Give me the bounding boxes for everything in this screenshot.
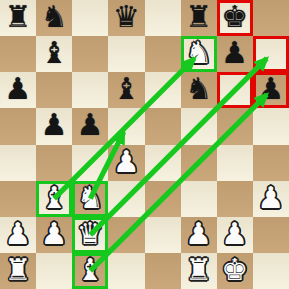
- square-g7[interactable]: ♟: [217, 36, 253, 72]
- square-b2[interactable]: ♟: [36, 217, 72, 253]
- square-h2[interactable]: [253, 217, 289, 253]
- piece-white-knight[interactable]: ♞: [77, 183, 104, 213]
- piece-white-pawn[interactable]: ♟: [41, 219, 68, 249]
- square-d5[interactable]: [108, 108, 144, 144]
- square-c3[interactable]: ♞: [72, 181, 108, 217]
- square-f7[interactable]: ♞: [181, 36, 217, 72]
- square-h8[interactable]: [253, 0, 289, 36]
- square-f1[interactable]: ♜: [181, 253, 217, 289]
- piece-white-pawn[interactable]: ♟: [185, 219, 212, 249]
- square-b5[interactable]: ♟: [36, 108, 72, 144]
- piece-white-rook[interactable]: ♜: [185, 255, 212, 285]
- piece-black-king[interactable]: ♚: [221, 2, 248, 32]
- square-b1[interactable]: [36, 253, 72, 289]
- piece-black-bishop[interactable]: ♝: [113, 74, 140, 104]
- square-e2[interactable]: [145, 217, 181, 253]
- square-f6[interactable]: ♞: [181, 72, 217, 108]
- square-e6[interactable]: [145, 72, 181, 108]
- square-c2[interactable]: ♛: [72, 217, 108, 253]
- square-g1[interactable]: ♚: [217, 253, 253, 289]
- square-a2[interactable]: ♟: [0, 217, 36, 253]
- square-e1[interactable]: [145, 253, 181, 289]
- piece-black-pawn[interactable]: ♟: [77, 110, 104, 140]
- piece-black-rook[interactable]: ♜: [185, 2, 212, 32]
- piece-white-king[interactable]: ♚: [221, 255, 248, 285]
- square-c1[interactable]: ♝: [72, 253, 108, 289]
- square-c6[interactable]: [72, 72, 108, 108]
- square-b8[interactable]: ♞: [36, 0, 72, 36]
- square-a4[interactable]: [0, 145, 36, 181]
- piece-white-pawn[interactable]: ♟: [257, 183, 284, 213]
- square-h3[interactable]: ♟: [253, 181, 289, 217]
- piece-black-pawn[interactable]: ♟: [257, 74, 284, 104]
- square-d8[interactable]: ♛: [108, 0, 144, 36]
- piece-white-pawn[interactable]: ♟: [221, 219, 248, 249]
- square-c8[interactable]: [72, 0, 108, 36]
- square-d3[interactable]: [108, 181, 144, 217]
- square-d1[interactable]: [108, 253, 144, 289]
- square-a1[interactable]: ♜: [0, 253, 36, 289]
- piece-black-knight[interactable]: ♞: [185, 74, 212, 104]
- square-g2[interactable]: ♟: [217, 217, 253, 253]
- square-b6[interactable]: [36, 72, 72, 108]
- square-h6[interactable]: ♟: [253, 72, 289, 108]
- square-e5[interactable]: [145, 108, 181, 144]
- square-f4[interactable]: [181, 145, 217, 181]
- square-f3[interactable]: [181, 181, 217, 217]
- piece-black-pawn[interactable]: ♟: [5, 74, 32, 104]
- piece-white-knight[interactable]: ♞: [185, 38, 212, 68]
- square-g3[interactable]: [217, 181, 253, 217]
- board-wrap: ♜♞♛♜♚♝♞♟♟♝♞♟♟♟♟♝♞♟♟♟♛♟♟♜♝♜♚: [0, 0, 289, 289]
- square-b4[interactable]: [36, 145, 72, 181]
- piece-white-bishop[interactable]: ♝: [77, 255, 104, 285]
- square-a5[interactable]: [0, 108, 36, 144]
- square-a6[interactable]: ♟: [0, 72, 36, 108]
- piece-white-pawn[interactable]: ♟: [5, 219, 32, 249]
- square-d2[interactable]: [108, 217, 144, 253]
- square-a7[interactable]: [0, 36, 36, 72]
- piece-black-pawn[interactable]: ♟: [221, 38, 248, 68]
- square-h4[interactable]: [253, 145, 289, 181]
- square-c5[interactable]: ♟: [72, 108, 108, 144]
- piece-black-rook[interactable]: ♜: [5, 2, 32, 32]
- square-e4[interactable]: [145, 145, 181, 181]
- chess-board: ♜♞♛♜♚♝♞♟♟♝♞♟♟♟♟♝♞♟♟♟♛♟♟♜♝♜♚: [0, 0, 289, 289]
- piece-white-rook[interactable]: ♜: [5, 255, 32, 285]
- square-h1[interactable]: [253, 253, 289, 289]
- piece-black-pawn[interactable]: ♟: [41, 110, 68, 140]
- square-g5[interactable]: [217, 108, 253, 144]
- piece-white-pawn[interactable]: ♟: [113, 147, 140, 177]
- piece-white-bishop[interactable]: ♝: [41, 183, 68, 213]
- square-g4[interactable]: [217, 145, 253, 181]
- square-e8[interactable]: [145, 0, 181, 36]
- square-h7[interactable]: [253, 36, 289, 72]
- square-a3[interactable]: [0, 181, 36, 217]
- piece-black-bishop[interactable]: ♝: [41, 38, 68, 68]
- square-c4[interactable]: [72, 145, 108, 181]
- square-b7[interactable]: ♝: [36, 36, 72, 72]
- piece-black-queen[interactable]: ♛: [113, 2, 140, 32]
- square-d7[interactable]: [108, 36, 144, 72]
- piece-white-queen[interactable]: ♛: [77, 219, 104, 249]
- square-a8[interactable]: ♜: [0, 0, 36, 36]
- piece-black-knight[interactable]: ♞: [41, 2, 68, 32]
- square-f5[interactable]: [181, 108, 217, 144]
- square-d4[interactable]: ♟: [108, 145, 144, 181]
- square-g8[interactable]: ♚: [217, 0, 253, 36]
- square-d6[interactable]: ♝: [108, 72, 144, 108]
- square-h5[interactable]: [253, 108, 289, 144]
- square-e3[interactable]: [145, 181, 181, 217]
- square-f2[interactable]: ♟: [181, 217, 217, 253]
- square-g6[interactable]: [217, 72, 253, 108]
- square-f8[interactable]: ♜: [181, 0, 217, 36]
- square-c7[interactable]: [72, 36, 108, 72]
- square-e7[interactable]: [145, 36, 181, 72]
- square-b3[interactable]: ♝: [36, 181, 72, 217]
